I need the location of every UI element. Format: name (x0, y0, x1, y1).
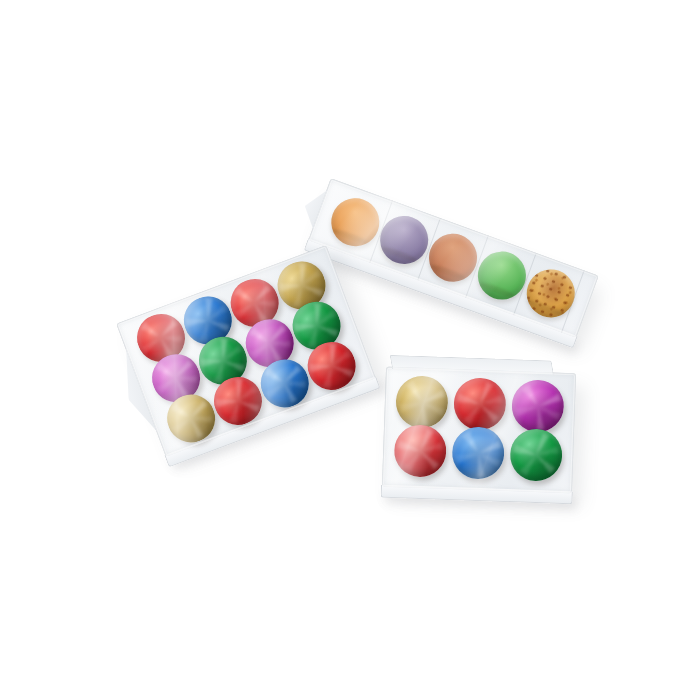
foil-chocolate-magenta (511, 379, 565, 433)
foil-chocolate-gold (395, 375, 449, 429)
foil-chocolate-red (393, 424, 447, 478)
chocolate-tray (382, 367, 576, 494)
macaron-salmon (422, 227, 484, 289)
six-chocolate-box (382, 367, 576, 494)
macaron-green (471, 245, 533, 307)
dozen-chocolate-box (116, 245, 376, 456)
foil-chocolate-blue (451, 426, 505, 480)
foil-chocolate-green (509, 428, 563, 482)
product-photo (0, 0, 700, 700)
macaron-lavender (373, 209, 435, 271)
foil-chocolate-red (453, 377, 507, 431)
macaron-orange (325, 191, 387, 253)
chocolate-tray (116, 245, 376, 456)
macaron-goldspeckle (520, 263, 582, 325)
